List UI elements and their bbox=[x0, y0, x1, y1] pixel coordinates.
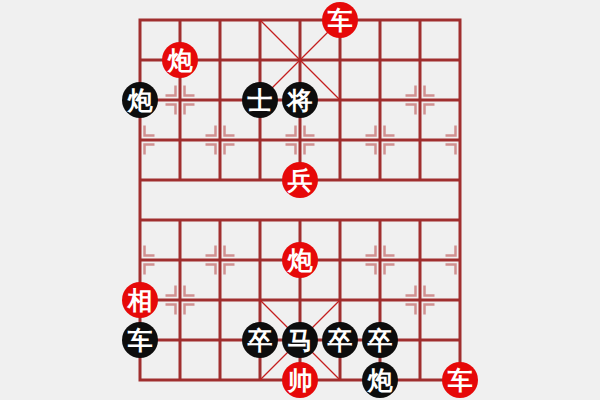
red-elephant[interactable]: 相 bbox=[122, 282, 158, 318]
red-cannon[interactable]: 炮 bbox=[282, 242, 318, 278]
red-chariot[interactable]: 车 bbox=[322, 2, 358, 38]
black-cannon[interactable]: 炮 bbox=[362, 362, 398, 398]
xiangqi-board: 车炮炮士将兵炮相车卒马卒卒帅炮车 bbox=[0, 0, 600, 400]
black-general[interactable]: 将 bbox=[282, 82, 318, 118]
black-soldier[interactable]: 卒 bbox=[322, 322, 358, 358]
black-horse[interactable]: 马 bbox=[282, 322, 318, 358]
red-general[interactable]: 帅 bbox=[282, 362, 318, 398]
black-soldier[interactable]: 卒 bbox=[362, 322, 398, 358]
black-soldier[interactable]: 卒 bbox=[242, 322, 278, 358]
red-soldier[interactable]: 兵 bbox=[282, 162, 318, 198]
black-chariot[interactable]: 车 bbox=[122, 322, 158, 358]
red-chariot[interactable]: 车 bbox=[442, 362, 478, 398]
red-cannon[interactable]: 炮 bbox=[162, 42, 198, 78]
black-cannon[interactable]: 炮 bbox=[122, 82, 158, 118]
black-advisor[interactable]: 士 bbox=[242, 82, 278, 118]
pieces-grid: 车炮炮士将兵炮相车卒马卒卒帅炮车 bbox=[120, 0, 480, 400]
